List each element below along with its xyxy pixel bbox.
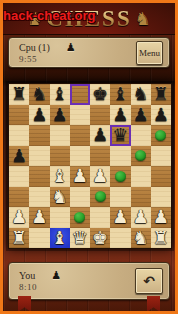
piece-white-pawn: ♟ — [92, 167, 108, 185]
cpu-player-info: Cpu (1) ♟ 9:55 — [19, 42, 76, 64]
legal-move-dot[interactable] — [115, 171, 126, 182]
square-b5[interactable] — [29, 146, 49, 167]
square-f2[interactable]: ♟ — [110, 207, 130, 228]
square-c5[interactable] — [50, 146, 70, 167]
you-pawn-icon: ♟ — [51, 270, 61, 281]
piece-white-knight: ♞ — [133, 229, 149, 247]
square-d1[interactable]: ♛ — [70, 228, 90, 249]
piece-white-king: ♚ — [92, 229, 108, 247]
piece-black-king: ♚ — [92, 85, 108, 103]
square-h8[interactable]: ♜ — [151, 84, 171, 105]
square-b3[interactable] — [29, 187, 49, 208]
square-c4[interactable]: ♝ — [50, 166, 70, 187]
square-h2[interactable]: ♟ — [151, 207, 171, 228]
square-h7[interactable]: ♟ — [151, 105, 171, 126]
square-c7[interactable]: ♟ — [50, 105, 70, 126]
square-a2[interactable]: ♟ — [9, 207, 29, 228]
square-b8[interactable]: ♞ — [29, 84, 49, 105]
piece-white-queen: ♛ — [72, 229, 88, 247]
square-c2[interactable] — [50, 207, 70, 228]
square-g2[interactable]: ♟ — [131, 207, 151, 228]
piece-white-bishop: ♝ — [52, 229, 68, 247]
cpu-pawn-icon: ♟ — [66, 42, 76, 53]
square-c8[interactable]: ♝ — [50, 84, 70, 105]
square-f6[interactable]: ♛ — [110, 125, 130, 146]
square-a1[interactable]: ♜ — [9, 228, 29, 249]
piece-black-pawn: ♟ — [112, 106, 128, 124]
square-g4[interactable] — [131, 166, 151, 187]
square-b2[interactable]: ♟ — [29, 207, 49, 228]
piece-white-pawn: ♟ — [153, 208, 169, 226]
square-f1[interactable] — [110, 228, 130, 249]
piece-white-knight: ♞ — [52, 188, 68, 206]
square-d7[interactable] — [70, 105, 90, 126]
watermark-text: hack-cheat.org — [3, 8, 95, 23]
square-d3[interactable] — [70, 187, 90, 208]
piece-black-pawn: ♟ — [52, 106, 68, 124]
legal-move-dot[interactable] — [155, 130, 166, 141]
you-player-panel: You ♟ 8:10 ↶ — [8, 262, 170, 300]
you-player-name: You — [19, 270, 35, 281]
you-clock: 8:10 — [19, 282, 61, 292]
cpu-clock: 9:55 — [19, 54, 76, 64]
square-a3[interactable] — [9, 187, 29, 208]
menu-button-label: Menu — [139, 48, 160, 58]
piece-black-pawn: ♟ — [153, 106, 169, 124]
square-h1[interactable]: ♜ — [151, 228, 171, 249]
square-d2[interactable] — [70, 207, 90, 228]
square-d8[interactable] — [70, 84, 90, 105]
square-g8[interactable]: ♞ — [131, 84, 151, 105]
piece-white-pawn: ♟ — [112, 208, 128, 226]
square-f5[interactable] — [110, 146, 130, 167]
square-c1[interactable]: ♝ — [50, 228, 70, 249]
square-e7[interactable] — [90, 105, 110, 126]
square-b4[interactable] — [29, 166, 49, 187]
square-a7[interactable] — [9, 105, 29, 126]
piece-black-pawn: ♟ — [92, 126, 108, 144]
square-f7[interactable]: ♟ — [110, 105, 130, 126]
square-e3[interactable] — [90, 187, 110, 208]
piece-white-pawn: ♟ — [11, 208, 27, 226]
square-b1[interactable] — [29, 228, 49, 249]
piece-white-rook: ♜ — [11, 229, 27, 247]
square-d4[interactable]: ♟ — [70, 166, 90, 187]
square-f4[interactable] — [110, 166, 130, 187]
legal-move-dot[interactable] — [74, 212, 85, 223]
piece-black-pawn: ♟ — [11, 147, 27, 165]
piece-black-knight: ♞ — [133, 85, 149, 103]
piece-black-queen: ♛ — [112, 126, 128, 144]
square-h5[interactable] — [151, 146, 171, 167]
undo-arrow-icon: ↶ — [143, 274, 155, 288]
square-b7[interactable]: ♟ — [29, 105, 49, 126]
square-c6[interactable] — [50, 125, 70, 146]
square-h3[interactable] — [151, 187, 171, 208]
square-h6[interactable] — [151, 125, 171, 146]
square-h4[interactable] — [151, 166, 171, 187]
undo-button[interactable]: ↶ — [135, 268, 163, 294]
square-g1[interactable]: ♞ — [131, 228, 151, 249]
piece-white-rook: ♜ — [153, 229, 169, 247]
piece-white-bishop: ♝ — [52, 167, 68, 185]
square-c3[interactable]: ♞ — [50, 187, 70, 208]
piece-black-rook: ♜ — [153, 85, 169, 103]
piece-black-knight: ♞ — [31, 85, 47, 103]
square-g6[interactable] — [131, 125, 151, 146]
square-e6[interactable]: ♟ — [90, 125, 110, 146]
piece-black-pawn: ♟ — [133, 106, 149, 124]
square-f3[interactable] — [110, 187, 130, 208]
piece-black-rook: ♜ — [11, 85, 27, 103]
square-e4[interactable]: ♟ — [90, 166, 110, 187]
cpu-player-name: Cpu (1) — [19, 42, 50, 53]
chess-app-screen: ♞ CHESS ♞ hack-cheat.org Cpu (1) ♟ 9:55 … — [0, 0, 178, 314]
legal-move-dot[interactable] — [95, 191, 106, 202]
knight-logo-right-icon: ♞ — [135, 10, 151, 28]
piece-white-pawn: ♟ — [133, 208, 149, 226]
piece-white-pawn: ♟ — [72, 167, 88, 185]
piece-white-pawn: ♟ — [31, 208, 47, 226]
ribbon-left — [18, 296, 31, 312]
square-d5[interactable] — [70, 146, 90, 167]
square-e5[interactable] — [90, 146, 110, 167]
piece-black-bishop: ♝ — [52, 85, 68, 103]
square-a6[interactable] — [9, 125, 29, 146]
piece-black-pawn: ♟ — [31, 106, 47, 124]
square-a5[interactable]: ♟ — [9, 146, 29, 167]
piece-black-bishop: ♝ — [112, 85, 128, 103]
square-d6[interactable] — [70, 125, 90, 146]
cpu-player-panel: Cpu (1) ♟ 9:55 Menu — [8, 37, 170, 68]
legal-move-dot[interactable] — [135, 150, 146, 161]
square-g5[interactable] — [131, 146, 151, 167]
chess-board[interactable]: ♜♞♝♚♝♞♜♟♟♟♟♟♟♛♟♝♟♟♞♟♟♟♟♟♜♝♛♚♞♜ — [8, 83, 172, 249]
square-a4[interactable] — [9, 166, 29, 187]
square-f8[interactable]: ♝ — [110, 84, 130, 105]
square-e8[interactable]: ♚ — [90, 84, 110, 105]
square-g7[interactable]: ♟ — [131, 105, 151, 126]
square-a8[interactable]: ♜ — [9, 84, 29, 105]
square-e2[interactable] — [90, 207, 110, 228]
you-player-info: You ♟ 8:10 — [19, 270, 61, 292]
ribbon-right — [147, 296, 160, 312]
square-e1[interactable]: ♚ — [90, 228, 110, 249]
square-b6[interactable] — [29, 125, 49, 146]
square-g3[interactable] — [131, 187, 151, 208]
menu-button[interactable]: Menu — [136, 41, 163, 65]
